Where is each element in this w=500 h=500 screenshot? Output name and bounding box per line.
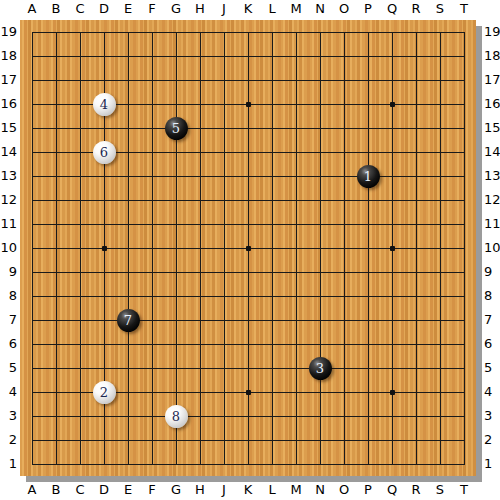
coord-label-right-18: 18 xyxy=(482,44,500,68)
coord-label-right-10: 10 xyxy=(482,236,500,260)
coord-label-right-17: 17 xyxy=(482,68,500,92)
go-board[interactable]: 12345678 xyxy=(20,20,476,476)
intersection-G15: 5 xyxy=(164,116,188,140)
coord-label-right-4: 4 xyxy=(482,380,500,404)
coord-label-left-9: 9 xyxy=(0,260,17,284)
coord-label-top-F: F xyxy=(140,1,164,17)
coord-label-right-16: 16 xyxy=(482,92,500,116)
coord-label-left-1: 1 xyxy=(0,452,17,476)
stones-layer: 12345678 xyxy=(20,20,476,476)
coord-label-right-6: 6 xyxy=(482,332,500,356)
stone-white-move-8: 8 xyxy=(165,405,188,428)
coord-label-left-5: 5 xyxy=(0,356,17,380)
stone-black-move-5: 5 xyxy=(165,117,188,140)
coord-label-top-S: S xyxy=(428,1,452,17)
coord-label-bottom-O: O xyxy=(332,482,356,498)
intersection-E7: 7 xyxy=(116,308,140,332)
coord-label-left-14: 14 xyxy=(0,140,17,164)
coord-label-left-6: 6 xyxy=(0,332,17,356)
coord-label-top-O: O xyxy=(332,1,356,17)
coord-label-bottom-T: T xyxy=(452,482,476,498)
stone-black-move-3: 3 xyxy=(309,357,332,380)
coord-label-left-4: 4 xyxy=(0,380,17,404)
coord-label-bottom-G: G xyxy=(164,482,188,498)
coord-label-top-J: J xyxy=(212,1,236,17)
coord-label-right-11: 11 xyxy=(482,212,500,236)
coord-label-right-15: 15 xyxy=(482,116,500,140)
stone-white-move-2: 2 xyxy=(93,381,116,404)
coord-label-bottom-A: A xyxy=(20,482,44,498)
coord-label-bottom-Q: Q xyxy=(380,482,404,498)
coord-label-bottom-E: E xyxy=(116,482,140,498)
coord-label-bottom-L: L xyxy=(260,482,284,498)
intersection-D16: 4 xyxy=(92,92,116,116)
coord-label-top-P: P xyxy=(356,1,380,17)
coord-label-bottom-J: J xyxy=(212,482,236,498)
coord-label-left-3: 3 xyxy=(0,404,17,428)
coord-label-left-13: 13 xyxy=(0,164,17,188)
coord-label-bottom-R: R xyxy=(404,482,428,498)
coord-label-right-2: 2 xyxy=(482,428,500,452)
intersection-G3: 8 xyxy=(164,404,188,428)
coord-label-top-E: E xyxy=(116,1,140,17)
coord-label-left-18: 18 xyxy=(0,44,17,68)
intersection-D4: 2 xyxy=(92,380,116,404)
coord-label-bottom-H: H xyxy=(188,482,212,498)
coord-label-bottom-S: S xyxy=(428,482,452,498)
coord-label-bottom-B: B xyxy=(44,482,68,498)
coord-label-top-M: M xyxy=(284,1,308,17)
coord-label-top-Q: Q xyxy=(380,1,404,17)
coord-label-bottom-D: D xyxy=(92,482,116,498)
coord-label-left-15: 15 xyxy=(0,116,17,140)
coord-label-top-L: L xyxy=(260,1,284,17)
coord-label-right-12: 12 xyxy=(482,188,500,212)
coord-label-top-T: T xyxy=(452,1,476,17)
coord-label-left-7: 7 xyxy=(0,308,17,332)
coord-label-top-A: A xyxy=(20,1,44,17)
coord-label-bottom-F: F xyxy=(140,482,164,498)
coord-label-left-17: 17 xyxy=(0,68,17,92)
stone-white-move-6: 6 xyxy=(93,141,116,164)
coord-label-left-19: 19 xyxy=(0,20,17,44)
coord-label-right-13: 13 xyxy=(482,164,500,188)
coord-label-right-7: 7 xyxy=(482,308,500,332)
coord-label-top-D: D xyxy=(92,1,116,17)
coord-label-left-2: 2 xyxy=(0,428,17,452)
intersection-D14: 6 xyxy=(92,140,116,164)
coord-label-left-12: 12 xyxy=(0,188,17,212)
intersection-P13: 1 xyxy=(356,164,380,188)
coord-label-top-R: R xyxy=(404,1,428,17)
stone-black-move-1: 1 xyxy=(357,165,380,188)
coord-label-right-19: 19 xyxy=(482,20,500,44)
coord-label-top-N: N xyxy=(308,1,332,17)
coord-label-right-3: 3 xyxy=(482,404,500,428)
coord-label-bottom-M: M xyxy=(284,482,308,498)
coord-label-top-K: K xyxy=(236,1,260,17)
coord-label-bottom-K: K xyxy=(236,482,260,498)
coord-label-top-H: H xyxy=(188,1,212,17)
coord-label-top-B: B xyxy=(44,1,68,17)
coord-label-right-8: 8 xyxy=(482,284,500,308)
coord-label-bottom-P: P xyxy=(356,482,380,498)
coord-label-bottom-N: N xyxy=(308,482,332,498)
coord-label-top-C: C xyxy=(68,1,92,17)
coord-label-right-14: 14 xyxy=(482,140,500,164)
coord-label-right-1: 1 xyxy=(482,452,500,476)
coord-label-right-5: 5 xyxy=(482,356,500,380)
stone-black-move-7: 7 xyxy=(117,309,140,332)
coord-label-top-G: G xyxy=(164,1,188,17)
coord-label-left-10: 10 xyxy=(0,236,17,260)
coord-label-right-9: 9 xyxy=(482,260,500,284)
coord-label-bottom-C: C xyxy=(68,482,92,498)
coord-label-left-16: 16 xyxy=(0,92,17,116)
coord-label-left-11: 11 xyxy=(0,212,17,236)
stone-white-move-4: 4 xyxy=(93,93,116,116)
coord-label-left-8: 8 xyxy=(0,284,17,308)
intersection-N5: 3 xyxy=(308,356,332,380)
